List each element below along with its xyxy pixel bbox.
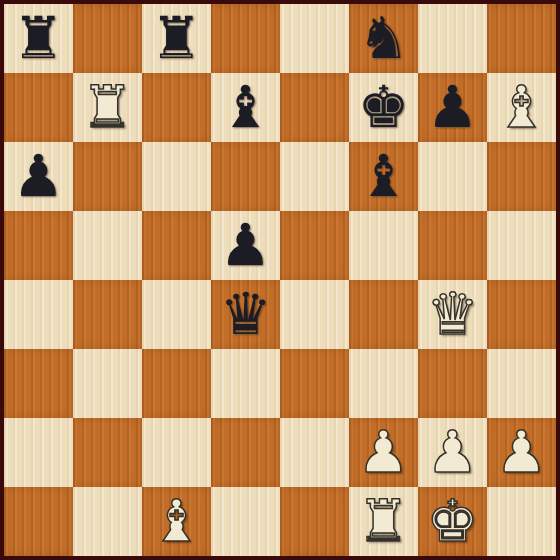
- black-bishop-f6: ♝: [358, 142, 410, 211]
- square-a2[interactable]: [4, 418, 73, 487]
- square-e4[interactable]: [280, 280, 349, 349]
- square-c7[interactable]: [142, 73, 211, 142]
- black-queen-d4: ♛: [220, 280, 272, 349]
- square-g2[interactable]: ♟: [418, 418, 487, 487]
- square-c6[interactable]: [142, 142, 211, 211]
- square-d8[interactable]: [211, 4, 280, 73]
- square-d3[interactable]: [211, 349, 280, 418]
- chess-board: ♜♜♞♜♝♚♟♝♟♝♟♛♛♟♟♟♝♜♚: [0, 0, 560, 560]
- square-a5[interactable]: [4, 211, 73, 280]
- square-e8[interactable]: [280, 4, 349, 73]
- square-d6[interactable]: [211, 142, 280, 211]
- square-b7[interactable]: ♜: [73, 73, 142, 142]
- square-f2[interactable]: ♟: [349, 418, 418, 487]
- square-b5[interactable]: [73, 211, 142, 280]
- square-a3[interactable]: [4, 349, 73, 418]
- square-c5[interactable]: [142, 211, 211, 280]
- white-pawn-g2: ♟: [427, 418, 479, 487]
- square-f5[interactable]: [349, 211, 418, 280]
- square-g5[interactable]: [418, 211, 487, 280]
- black-king-f7: ♚: [358, 73, 410, 142]
- square-d2[interactable]: [211, 418, 280, 487]
- square-e3[interactable]: [280, 349, 349, 418]
- square-d7[interactable]: ♝: [211, 73, 280, 142]
- white-king-g1: ♚: [427, 487, 479, 556]
- square-f4[interactable]: [349, 280, 418, 349]
- square-e6[interactable]: [280, 142, 349, 211]
- square-b2[interactable]: [73, 418, 142, 487]
- square-b6[interactable]: [73, 142, 142, 211]
- square-g6[interactable]: [418, 142, 487, 211]
- square-g4[interactable]: ♛: [418, 280, 487, 349]
- white-queen-g4: ♛: [427, 280, 479, 349]
- square-b4[interactable]: [73, 280, 142, 349]
- square-h8[interactable]: [487, 4, 556, 73]
- square-e7[interactable]: [280, 73, 349, 142]
- square-f6[interactable]: ♝: [349, 142, 418, 211]
- square-e2[interactable]: [280, 418, 349, 487]
- square-h1[interactable]: [487, 487, 556, 556]
- square-g3[interactable]: [418, 349, 487, 418]
- chess-diagram: ♜♜♞♜♝♚♟♝♟♝♟♛♛♟♟♟♝♜♚: [0, 0, 560, 560]
- black-knight-f8: ♞: [358, 4, 410, 73]
- black-bishop-d7: ♝: [220, 73, 272, 142]
- square-a4[interactable]: [4, 280, 73, 349]
- square-h7[interactable]: ♝: [487, 73, 556, 142]
- white-bishop-c1: ♝: [151, 487, 203, 556]
- square-a6[interactable]: ♟: [4, 142, 73, 211]
- square-a7[interactable]: [4, 73, 73, 142]
- square-f8[interactable]: ♞: [349, 4, 418, 73]
- square-b1[interactable]: [73, 487, 142, 556]
- square-a1[interactable]: [4, 487, 73, 556]
- square-c2[interactable]: [142, 418, 211, 487]
- black-pawn-a6: ♟: [13, 142, 65, 211]
- white-rook-b7: ♜: [82, 73, 134, 142]
- square-h2[interactable]: ♟: [487, 418, 556, 487]
- black-pawn-d5: ♟: [220, 211, 272, 280]
- square-c1[interactable]: ♝: [142, 487, 211, 556]
- white-pawn-f2: ♟: [358, 418, 410, 487]
- square-h4[interactable]: [487, 280, 556, 349]
- square-e5[interactable]: [280, 211, 349, 280]
- square-h6[interactable]: [487, 142, 556, 211]
- black-rook-c8: ♜: [151, 4, 203, 73]
- black-rook-a8: ♜: [13, 4, 65, 73]
- square-e1[interactable]: [280, 487, 349, 556]
- white-rook-f1: ♜: [358, 487, 410, 556]
- square-g8[interactable]: [418, 4, 487, 73]
- square-b8[interactable]: [73, 4, 142, 73]
- square-c4[interactable]: [142, 280, 211, 349]
- white-bishop-h7: ♝: [496, 73, 548, 142]
- square-h3[interactable]: [487, 349, 556, 418]
- square-b3[interactable]: [73, 349, 142, 418]
- square-a8[interactable]: ♜: [4, 4, 73, 73]
- square-c3[interactable]: [142, 349, 211, 418]
- square-h5[interactable]: [487, 211, 556, 280]
- square-c8[interactable]: ♜: [142, 4, 211, 73]
- black-pawn-g7: ♟: [427, 73, 479, 142]
- white-pawn-h2: ♟: [496, 418, 548, 487]
- square-d1[interactable]: [211, 487, 280, 556]
- square-f3[interactable]: [349, 349, 418, 418]
- square-g7[interactable]: ♟: [418, 73, 487, 142]
- square-g1[interactable]: ♚: [418, 487, 487, 556]
- square-f1[interactable]: ♜: [349, 487, 418, 556]
- square-d4[interactable]: ♛: [211, 280, 280, 349]
- square-d5[interactable]: ♟: [211, 211, 280, 280]
- square-f7[interactable]: ♚: [349, 73, 418, 142]
